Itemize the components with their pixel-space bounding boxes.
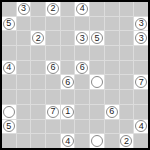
clue-circle: 2: [47, 3, 59, 15]
cell-r7c1[interactable]: [17, 105, 31, 119]
cell-r2c6: 5: [90, 31, 104, 45]
cell-r1c7[interactable]: [105, 17, 119, 31]
clue-circle: 5: [3, 120, 15, 132]
clue-circle: 3: [135, 18, 147, 30]
cell-r3c5[interactable]: [75, 46, 89, 60]
cell-r1c8[interactable]: [120, 17, 134, 31]
clue-circle: 4: [135, 120, 147, 132]
cell-r1c6[interactable]: [90, 17, 104, 31]
cell-r9c4: 4: [61, 134, 75, 148]
cell-r9c1[interactable]: [17, 134, 31, 148]
cell-r2c7[interactable]: [105, 31, 119, 45]
cell-r4c9[interactable]: [134, 61, 148, 75]
cell-r4c7[interactable]: [105, 61, 119, 75]
cell-r3c7[interactable]: [105, 46, 119, 60]
cell-r7c4: 1: [61, 105, 75, 119]
cell-r9c0[interactable]: [2, 134, 16, 148]
cell-r1c3[interactable]: [46, 17, 60, 31]
cell-r7c6[interactable]: [90, 105, 104, 119]
cell-r6c6[interactable]: [90, 90, 104, 104]
cell-r3c6[interactable]: [90, 46, 104, 60]
cell-r2c1[interactable]: [17, 31, 31, 45]
cell-r2c0[interactable]: [2, 31, 16, 45]
cell-r0c4[interactable]: [61, 2, 75, 16]
cell-r3c9[interactable]: [134, 46, 148, 60]
cell-r4c0: 4: [2, 61, 16, 75]
clue-circle: 4: [76, 3, 88, 15]
cell-r5c0[interactable]: [2, 75, 16, 89]
cell-r4c8[interactable]: [120, 61, 134, 75]
empty-circle[interactable]: [91, 76, 103, 88]
cell-r0c1: 3: [17, 2, 31, 16]
cell-r8c5[interactable]: [75, 120, 89, 134]
cell-r2c8[interactable]: [120, 31, 134, 45]
cell-r0c5: 4: [75, 2, 89, 16]
clue-circle: 5: [3, 18, 15, 30]
clue-circle: 6: [62, 76, 74, 88]
cell-r7c2[interactable]: [31, 105, 45, 119]
cell-r6c9[interactable]: [134, 90, 148, 104]
cell-r9c2[interactable]: [31, 134, 45, 148]
cell-r6c1[interactable]: [17, 90, 31, 104]
cell-r8c7[interactable]: [105, 120, 119, 134]
cell-r5c9: 7: [134, 75, 148, 89]
cell-r6c8[interactable]: [120, 90, 134, 104]
cell-r5c8[interactable]: [120, 75, 134, 89]
cell-r9c6[interactable]: [90, 134, 104, 148]
cell-r4c5: 6: [75, 61, 89, 75]
cell-r8c8[interactable]: [120, 120, 134, 134]
cell-r2c2: 2: [31, 31, 45, 45]
cell-r1c0: 5: [2, 17, 16, 31]
cell-r7c0[interactable]: [2, 105, 16, 119]
cell-r5c4: 6: [61, 75, 75, 89]
cell-r4c4[interactable]: [61, 61, 75, 75]
cell-r2c9: 3: [134, 31, 148, 45]
cell-r8c1[interactable]: [17, 120, 31, 134]
empty-circle[interactable]: [91, 135, 103, 147]
cell-r1c5[interactable]: [75, 17, 89, 31]
cell-r6c2[interactable]: [31, 90, 45, 104]
cell-r4c3: 6: [46, 61, 60, 75]
cell-r1c1[interactable]: [17, 17, 31, 31]
cell-r3c3[interactable]: [46, 46, 60, 60]
cell-r2c4[interactable]: [61, 31, 75, 45]
cell-r6c0[interactable]: [2, 90, 16, 104]
cell-r5c5[interactable]: [75, 75, 89, 89]
cell-r1c2[interactable]: [31, 17, 45, 31]
cell-r2c3[interactable]: [46, 31, 60, 45]
cell-r5c7[interactable]: [105, 75, 119, 89]
cell-r8c2[interactable]: [31, 120, 45, 134]
cell-r3c4[interactable]: [61, 46, 75, 60]
empty-circle[interactable]: [3, 106, 15, 118]
cell-r5c2[interactable]: [31, 75, 45, 89]
cell-r8c0: 5: [2, 120, 16, 134]
clue-circle: 6: [106, 106, 118, 118]
cell-r9c9[interactable]: [134, 134, 148, 148]
cell-r3c0[interactable]: [2, 46, 16, 60]
cell-r7c9[interactable]: [134, 105, 148, 119]
cell-r3c1[interactable]: [17, 46, 31, 60]
cell-r9c8: 2: [120, 134, 134, 148]
puzzle-board: 324532353466677165442: [0, 0, 150, 150]
cell-r8c3[interactable]: [46, 120, 60, 134]
cell-r5c3[interactable]: [46, 75, 60, 89]
cell-r3c2[interactable]: [31, 46, 45, 60]
clue-circle: 7: [47, 106, 59, 118]
cell-r9c5[interactable]: [75, 134, 89, 148]
clue-circle: 7: [135, 76, 147, 88]
cell-r4c2[interactable]: [31, 61, 45, 75]
cell-r0c3: 2: [46, 2, 60, 16]
clue-circle: 5: [91, 32, 103, 44]
cell-r9c3[interactable]: [46, 134, 60, 148]
cell-r7c5[interactable]: [75, 105, 89, 119]
cell-r6c3[interactable]: [46, 90, 60, 104]
cell-r6c7[interactable]: [105, 90, 119, 104]
clue-circle: 6: [76, 62, 88, 74]
clue-circle: 4: [62, 135, 74, 147]
cell-r0c9[interactable]: [134, 2, 148, 16]
clue-circle: 2: [120, 135, 132, 147]
cell-r5c6[interactable]: [90, 75, 104, 89]
cell-r8c4[interactable]: [61, 120, 75, 134]
cell-r2c5: 3: [75, 31, 89, 45]
cell-r0c0[interactable]: [2, 2, 16, 16]
clue-circle: 1: [62, 106, 74, 118]
cell-r0c2[interactable]: [31, 2, 45, 16]
cell-r6c4[interactable]: [61, 90, 75, 104]
clue-circle: 3: [76, 32, 88, 44]
cell-r1c4[interactable]: [61, 17, 75, 31]
cell-r0c7[interactable]: [105, 2, 119, 16]
clue-circle: 3: [135, 32, 147, 44]
clue-circle: 3: [18, 3, 30, 15]
cell-r8c9: 4: [134, 120, 148, 134]
clue-circle: 2: [32, 32, 44, 44]
clue-circle: 4: [3, 62, 15, 74]
cell-r8c6[interactable]: [90, 120, 104, 134]
clue-circle: 6: [47, 62, 59, 74]
cell-r0c8[interactable]: [120, 2, 134, 16]
cell-r1c9: 3: [134, 17, 148, 31]
cell-r4c1[interactable]: [17, 61, 31, 75]
cell-r4c6[interactable]: [90, 61, 104, 75]
cell-r6c5[interactable]: [75, 90, 89, 104]
cell-r7c7: 6: [105, 105, 119, 119]
cell-r5c1[interactable]: [17, 75, 31, 89]
cell-r9c7[interactable]: [105, 134, 119, 148]
cell-r3c8[interactable]: [120, 46, 134, 60]
cell-r0c6[interactable]: [90, 2, 104, 16]
cell-r7c8[interactable]: [120, 105, 134, 119]
cell-r7c3: 7: [46, 105, 60, 119]
